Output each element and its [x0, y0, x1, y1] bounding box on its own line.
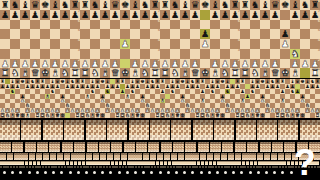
mini-board — [107, 120, 127, 140]
square-b4 — [10, 39, 20, 49]
mini-board — [57, 161, 61, 165]
black-piece: ♟ — [260, 10, 270, 20]
mini-board — [224, 166, 226, 168]
mini-board — [285, 153, 291, 160]
mini-board — [161, 142, 172, 153]
square-e8: ♚ — [200, 0, 210, 10]
mini-board — [82, 161, 86, 165]
mini-board — [74, 142, 85, 153]
mini-board — [266, 166, 268, 168]
square-c4 — [100, 39, 110, 49]
white-piece: ♟ — [200, 39, 210, 49]
square-b6 — [250, 20, 260, 30]
mini-board — [242, 153, 248, 160]
square-c6 — [260, 20, 270, 30]
mini-board — [185, 142, 196, 153]
mini-board — [37, 161, 41, 165]
black-piece: ♟ — [30, 10, 40, 20]
mini-board — [240, 166, 242, 168]
mini-board — [106, 161, 110, 165]
mini-board — [189, 166, 191, 168]
black-piece: ♟ — [100, 10, 110, 20]
white-piece: ♟ — [280, 39, 290, 49]
mini-board — [123, 161, 127, 165]
square-g7: ♟ — [220, 10, 230, 20]
mini-board — [148, 142, 159, 153]
mini-board — [90, 161, 94, 165]
square-d5 — [270, 29, 280, 39]
mini-board — [213, 161, 217, 165]
mini-board — [57, 153, 63, 160]
mini-board — [33, 161, 37, 165]
mini-board — [13, 166, 15, 168]
board-dot — [200, 171, 203, 174]
square-a7: ♟ — [0, 10, 10, 20]
black-piece: ♟ — [10, 10, 20, 20]
board-dot — [167, 171, 170, 174]
board-dot — [44, 171, 47, 174]
mini-board — [227, 166, 229, 168]
square-e4: ♟ — [280, 39, 290, 49]
mini-board — [247, 142, 258, 153]
board-dot — [175, 171, 178, 174]
pattern-row-3 — [0, 120, 320, 140]
chess-board: ♜♝♛♚♝♜♟♟♟♟♟♟♟♞♞♝♟♟♞♟♟♟♟♟♟♟♜♞♝♛♚♜ — [80, 79, 120, 118]
square-g5 — [140, 29, 150, 39]
mini-board — [173, 166, 175, 168]
square-a1: ♜ — [80, 68, 90, 78]
mini-board — [176, 166, 178, 168]
mini-board — [202, 166, 204, 168]
white-piece: ♝ — [290, 68, 300, 78]
mini-board — [178, 153, 184, 160]
mini-board — [131, 166, 133, 168]
mini-board — [263, 166, 265, 168]
square-g4 — [220, 39, 230, 49]
square-f1: ♝ — [50, 68, 60, 78]
mini-board — [58, 166, 60, 168]
board-row-2: ♜♝♛♚♝♞♜♟♟♟♟♟♟♟♞♟♟♞♟♟♟♟♟♟♟♜♞♝♛♚♝♜♜♝♛♚♝♞♜♟… — [0, 79, 320, 118]
square-c6 — [180, 20, 190, 30]
mini-board — [262, 161, 266, 165]
black-piece: ♟ — [250, 10, 260, 20]
square-e1: ♚ — [280, 68, 290, 78]
mini-board — [86, 153, 92, 160]
square-e4: ♟ — [200, 39, 210, 49]
mini-board — [279, 166, 281, 168]
square-h1: 1♜ — [310, 68, 320, 78]
mini-board — [121, 153, 127, 160]
mini-board — [96, 166, 98, 168]
mini-board — [247, 166, 249, 168]
square-a4 — [240, 39, 250, 49]
mini-board — [317, 166, 319, 168]
mini-board — [147, 166, 149, 168]
mini-board — [257, 120, 277, 140]
mini-board — [100, 153, 106, 160]
square-c6 — [20, 20, 30, 30]
mini-board — [83, 166, 85, 168]
mini-board — [38, 166, 40, 168]
square-f7: ♟ — [290, 10, 300, 20]
mini-board — [87, 142, 98, 153]
black-piece: ♟ — [90, 10, 100, 20]
dots-row — [0, 171, 293, 174]
mini-board — [208, 166, 210, 168]
square-d1: ♛ — [30, 68, 40, 78]
mini-board — [160, 166, 162, 168]
mini-board — [135, 166, 137, 168]
square-f5 — [210, 29, 220, 39]
square-b4 — [250, 39, 260, 49]
square-e3 — [280, 49, 290, 59]
mini-board — [71, 153, 77, 160]
square-b1: ♞ — [10, 68, 20, 78]
square-b1: ♞ — [170, 68, 180, 78]
mini-board — [12, 142, 23, 153]
mini-board — [131, 161, 135, 165]
mini-board — [49, 142, 60, 153]
mini-board — [186, 166, 188, 168]
mini-board — [29, 153, 35, 160]
mini-board — [78, 161, 82, 165]
mini-board — [29, 161, 33, 165]
square-g6 — [60, 20, 70, 30]
square-g1: ♞ — [60, 68, 70, 78]
board-dot — [281, 171, 284, 174]
mini-board — [35, 166, 37, 168]
mini-board — [180, 161, 184, 165]
square-e1: ♚ — [200, 68, 210, 78]
mini-board — [170, 166, 172, 168]
mini-board — [271, 153, 277, 160]
mini-board — [266, 161, 270, 165]
board-dot — [265, 171, 268, 174]
square-b1: ♞ — [250, 68, 260, 78]
mini-board — [49, 161, 53, 165]
mini-board — [264, 153, 270, 160]
square-h1: 1♜ — [230, 68, 240, 78]
mini-board — [235, 153, 241, 160]
mini-board — [22, 166, 24, 168]
mini-board — [221, 166, 223, 168]
square-a1: ♜ — [160, 68, 170, 78]
board-dot — [224, 171, 227, 174]
square-b4 — [90, 39, 100, 49]
mini-board — [225, 161, 229, 165]
white-piece: ♝ — [50, 68, 60, 78]
square-f6 — [210, 20, 220, 30]
white-piece: ♞ — [140, 68, 150, 78]
mini-board — [45, 166, 47, 168]
square-c7: ♟ — [100, 10, 110, 20]
mini-board — [222, 142, 233, 153]
chess-board: ♜♞♝♛♚♝♞8♜♟♟♟♟♟♟♟7♟65♟43♟♟♟♟♟♟2♟♜♞♝♛♚♝♞1♜ — [80, 0, 160, 78]
white-piece: ♟ — [300, 59, 310, 69]
mini-board — [103, 166, 105, 168]
square-g4 — [140, 39, 150, 49]
square-e4 — [40, 39, 50, 49]
square-f6 — [50, 20, 60, 30]
chess-board: ♜♝♛♚♝♞♜♟♟♟♟♟♟♟♞♟♝♟♞♟♟♟♟♟♟♟♜♞♝♛♚♜ — [160, 79, 200, 118]
square-d7: ♟ — [270, 10, 280, 20]
mini-board — [111, 142, 122, 153]
mini-board — [282, 161, 286, 165]
square-b4 — [170, 39, 180, 49]
mini-board — [93, 166, 95, 168]
mini-board — [157, 153, 163, 160]
board-dot — [159, 171, 162, 174]
mini-board — [270, 161, 274, 165]
mini-board — [14, 153, 20, 160]
square-d6 — [110, 20, 120, 30]
square-a7: ♟ — [80, 10, 90, 20]
square-a1: ♜ — [240, 68, 250, 78]
mini-board — [211, 166, 213, 168]
board-dot — [60, 171, 63, 174]
mini-board — [150, 120, 170, 140]
mini-board — [54, 166, 56, 168]
square-g5 — [220, 29, 230, 39]
square-f7: ♟ — [210, 10, 220, 20]
square-a6 — [240, 20, 250, 30]
mini-board — [135, 153, 141, 160]
board-dot — [216, 171, 219, 174]
mini-board — [231, 166, 233, 168]
mini-board — [0, 120, 20, 140]
square-c5 — [180, 29, 190, 39]
mini-board — [109, 166, 111, 168]
square-d6 — [30, 20, 40, 30]
square-c5 — [100, 29, 110, 39]
mini-board — [237, 161, 241, 165]
mini-board — [141, 166, 143, 168]
mini-board — [167, 166, 169, 168]
square-h1: 1♜ — [150, 68, 160, 78]
mini-board — [62, 142, 73, 153]
square-a5 — [80, 29, 90, 39]
square-b5 — [170, 29, 180, 39]
white-piece: ♜ — [240, 68, 250, 78]
square-g7: ♟ — [60, 10, 70, 20]
square-e6 — [120, 20, 130, 30]
square-b5 — [10, 29, 20, 39]
mini-board — [21, 120, 41, 140]
white-piece: ♚ — [200, 68, 210, 78]
board-dot — [19, 171, 22, 174]
square-a4 — [160, 39, 170, 49]
mini-board — [215, 166, 217, 168]
mini-board — [164, 161, 168, 165]
board-dot — [126, 171, 129, 174]
black-piece: ♟ — [20, 10, 30, 20]
square-a4 — [0, 39, 10, 49]
mini-board — [3, 166, 5, 168]
mini-board — [119, 166, 121, 168]
black-piece: ♟ — [170, 10, 180, 20]
mini-board — [172, 161, 176, 165]
mini-board — [102, 161, 106, 165]
pattern-row-5 — [0, 153, 320, 160]
square-c5 — [260, 29, 270, 39]
square-f1: ♝ — [210, 68, 220, 78]
mini-board — [151, 161, 155, 165]
black-piece: ♟ — [290, 10, 300, 20]
mini-board — [160, 161, 164, 165]
chess-board: ♜♞♝♛♚♝♞8♜♟♟♟♟♟♟7♟6♟5♟43♟♟♟♟♟♟2♟♜♞♝♛♚♝♞1♜ — [160, 0, 240, 78]
square-f7: ♟ — [50, 10, 60, 20]
board-row-1: ♜♞♝♛♚♝♞8♜♟♟♟♟♟♟♟7♟6543♟♟♟♟♟♟♟2♟♜♞♝♛♚♝♞1♜… — [0, 0, 320, 78]
black-piece: ♟ — [270, 10, 280, 20]
mini-board — [237, 166, 239, 168]
mini-board — [7, 153, 13, 160]
black-piece: ♟ — [190, 10, 200, 20]
board-dot — [109, 171, 112, 174]
mini-board — [171, 153, 177, 160]
square-f4 — [210, 39, 220, 49]
mini-board — [86, 161, 90, 165]
square-f6 — [130, 20, 140, 30]
mini-board — [94, 161, 98, 165]
mini-board — [228, 153, 234, 160]
mini-board — [282, 166, 284, 168]
square-e4: ♟ — [120, 39, 130, 49]
square-f1: ♝ — [130, 68, 140, 78]
mini-board — [0, 161, 4, 165]
mini-board — [243, 166, 245, 168]
mini-board — [143, 153, 149, 160]
square-e3 — [200, 49, 210, 59]
black-piece: ♟ — [0, 10, 10, 20]
black-piece: ♟ — [50, 10, 60, 20]
square-a1: ♜ — [0, 68, 10, 78]
board-dot — [93, 171, 96, 174]
mini-board — [6, 166, 8, 168]
square-d7: ♟ — [110, 10, 120, 20]
mini-board — [48, 166, 50, 168]
square-g7: ♟ — [300, 10, 310, 20]
square-f1: ♝ — [290, 68, 300, 78]
black-piece: ♟ — [180, 10, 190, 20]
square-g6 — [220, 20, 230, 30]
mini-board — [269, 166, 271, 168]
chess-board: ♜♝♛♚♝♞♜♟♟♟♟♟♟♟♞♟♟♞♟♟♟♟♟♟♟♜♞♝♛♚♝♜ — [0, 79, 40, 118]
white-piece: ♜ — [310, 68, 320, 78]
mini-board — [188, 161, 192, 165]
mini-board — [61, 166, 63, 168]
mini-board — [143, 161, 147, 165]
square-e7 — [200, 10, 210, 20]
square-a7: ♟ — [240, 10, 250, 20]
square-h1: ♜ — [315, 113, 320, 118]
white-piece: ♝ — [180, 68, 190, 78]
mini-board — [25, 142, 36, 153]
square-g2: ♟ — [300, 59, 310, 69]
white-piece: ♜ — [230, 68, 240, 78]
mini-board — [200, 153, 206, 160]
square-c1: ♝ — [100, 68, 110, 78]
mini-board — [242, 161, 246, 165]
square-c4 — [260, 39, 270, 49]
mini-board — [246, 161, 250, 165]
square-g4 — [60, 39, 70, 49]
question-mark: ? — [294, 145, 316, 180]
mini-board — [43, 120, 63, 140]
mini-board — [64, 120, 84, 140]
board-dot — [28, 171, 31, 174]
mini-board — [51, 166, 53, 168]
white-piece: ♛ — [110, 68, 120, 78]
square-d6 — [190, 20, 200, 30]
white-piece: ♝ — [260, 68, 270, 78]
black-piece: ♟ — [300, 10, 310, 20]
mini-board — [192, 161, 196, 165]
square-f7: ♟ — [130, 10, 140, 20]
mini-board — [201, 161, 205, 165]
mini-board — [10, 166, 12, 168]
chess-board: ♜♞♝♛♚♝♞8♜♟♟♟♟♟♟7♟6♟5♟4♞3♟♟♟♟♟♟2♟♜♞♝♛♚♝1♜ — [240, 0, 320, 78]
mini-board — [115, 161, 119, 165]
square-b6 — [10, 20, 20, 30]
square-b7: ♟ — [170, 10, 180, 20]
square-e7 — [280, 10, 290, 20]
mini-board — [21, 153, 27, 160]
mini-board — [107, 153, 113, 160]
square-a5 — [0, 29, 10, 39]
mini-board — [229, 161, 233, 165]
mini-board — [198, 142, 209, 153]
board-dot — [240, 171, 243, 174]
mini-board — [210, 142, 221, 153]
mini-board — [254, 161, 258, 165]
mini-board — [122, 166, 124, 168]
square-b7: ♟ — [90, 10, 100, 20]
mini-board — [272, 166, 274, 168]
mini-board — [278, 120, 298, 140]
mini-board — [36, 153, 42, 160]
black-piece: ♟ — [120, 10, 130, 20]
mini-board — [272, 142, 283, 153]
square-c4 — [20, 39, 30, 49]
white-piece: ♛ — [30, 68, 40, 78]
black-piece: ♟ — [130, 10, 140, 20]
square-d5 — [190, 29, 200, 39]
mini-board — [274, 161, 278, 165]
square-g4 — [300, 39, 310, 49]
chess-board: ♜♝♛♚♝♜♟♟♟♟♟♟♟♞♞♟♝♟♞♟♟♟♟♟♟♟♜♞♝♛♚♜ — [200, 79, 240, 118]
white-piece: ♞ — [60, 68, 70, 78]
square-c1: ♝ — [180, 68, 190, 78]
chess-board: ♜♝♛♚♝♞♜♟♟♟♟♟♟♟♞♝♟♟♞♟♟♟♟♟♟♟♜♞♝♛♚♜ — [40, 79, 80, 118]
mini-board — [259, 166, 261, 168]
white-piece: ♞ — [170, 68, 180, 78]
mini-board — [0, 153, 6, 160]
white-piece: ♜ — [70, 68, 80, 78]
mini-board — [209, 161, 213, 165]
mini-board — [192, 153, 198, 160]
mini-board — [151, 166, 153, 168]
mini-board — [207, 153, 213, 160]
square-d4 — [190, 39, 200, 49]
square-g1 — [300, 68, 310, 78]
square-b7: ♟ — [250, 10, 260, 20]
mini-board — [150, 153, 156, 160]
chess-game-tree-thumbnail: ♜♞♝♛♚♝♞8♜♟♟♟♟♟♟♟7♟6543♟♟♟♟♟♟♟2♟♜♞♝♛♚♝♞1♜… — [0, 0, 320, 180]
mini-board — [185, 153, 191, 160]
mini-board — [195, 166, 197, 168]
mini-board — [136, 142, 147, 153]
mini-board — [0, 166, 2, 168]
